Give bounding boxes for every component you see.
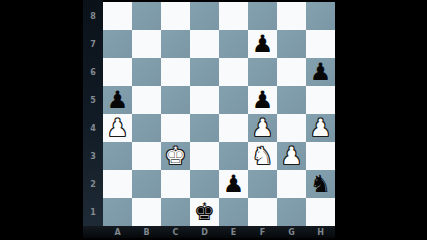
white-pawn-a4[interactable]: ♟ [107, 114, 129, 142]
square-g3[interactable]: ♟ [277, 142, 306, 170]
square-c5[interactable] [161, 86, 190, 114]
square-c4[interactable] [161, 114, 190, 142]
file-label-f: F [248, 226, 277, 238]
square-f7[interactable]: ♟ [248, 30, 277, 58]
square-a8[interactable] [103, 2, 132, 30]
square-a3[interactable] [103, 142, 132, 170]
square-c6[interactable] [161, 58, 190, 86]
square-e5[interactable] [219, 86, 248, 114]
square-h1[interactable] [306, 198, 335, 226]
square-e6[interactable] [219, 58, 248, 86]
square-g2[interactable] [277, 170, 306, 198]
square-g8[interactable] [277, 2, 306, 30]
black-pawn-h6[interactable]: ♟ [310, 58, 332, 86]
square-a6[interactable] [103, 58, 132, 86]
square-b3[interactable] [132, 142, 161, 170]
square-f8[interactable] [248, 2, 277, 30]
white-pawn-g3[interactable]: ♟ [281, 142, 303, 170]
square-f6[interactable] [248, 58, 277, 86]
white-king-c3[interactable]: ♚ [165, 142, 187, 170]
square-c8[interactable] [161, 2, 190, 30]
rank-label-7: 7 [83, 30, 103, 58]
square-a7[interactable] [103, 30, 132, 58]
square-a2[interactable] [103, 170, 132, 198]
square-a1[interactable] [103, 198, 132, 226]
square-h2[interactable]: ♞ [306, 170, 335, 198]
file-label-e: E [219, 226, 248, 238]
square-f2[interactable] [248, 170, 277, 198]
black-knight-h2[interactable]: ♞ [310, 170, 332, 198]
square-f4[interactable]: ♟ [248, 114, 277, 142]
rank-label-8: 8 [83, 2, 103, 30]
square-b1[interactable] [132, 198, 161, 226]
white-pawn-f4[interactable]: ♟ [252, 114, 274, 142]
square-g6[interactable] [277, 58, 306, 86]
square-h4[interactable]: ♟ [306, 114, 335, 142]
square-e2[interactable]: ♟ [219, 170, 248, 198]
square-e1[interactable] [219, 198, 248, 226]
square-h5[interactable] [306, 86, 335, 114]
rank-label-3: 3 [83, 142, 103, 170]
file-label-a: A [103, 226, 132, 238]
square-d6[interactable] [190, 58, 219, 86]
file-labels: ABCDEFGH [83, 226, 335, 238]
black-pawn-a5[interactable]: ♟ [107, 86, 129, 114]
white-knight-f3[interactable]: ♞ [252, 142, 274, 170]
rank-label-2: 2 [83, 170, 103, 198]
square-e7[interactable] [219, 30, 248, 58]
square-b6[interactable] [132, 58, 161, 86]
square-b7[interactable] [132, 30, 161, 58]
square-d5[interactable] [190, 86, 219, 114]
square-b8[interactable] [132, 2, 161, 30]
rank-label-6: 6 [83, 58, 103, 86]
black-pawn-f5[interactable]: ♟ [252, 86, 274, 114]
square-f5[interactable]: ♟ [248, 86, 277, 114]
square-h8[interactable] [306, 2, 335, 30]
square-c2[interactable] [161, 170, 190, 198]
video-frame: 87654321 ♟♟♟♟♟♟♟♚♞♟♟♞♚ ABCDEFGH [0, 0, 427, 240]
black-king-d1[interactable]: ♚ [194, 198, 216, 226]
chess-board: ♟♟♟♟♟♟♟♚♞♟♟♞♚ [103, 2, 335, 226]
square-g4[interactable] [277, 114, 306, 142]
square-d7[interactable] [190, 30, 219, 58]
file-label-c: C [161, 226, 190, 238]
square-b4[interactable] [132, 114, 161, 142]
rank-labels: 87654321 [83, 0, 103, 226]
square-d4[interactable] [190, 114, 219, 142]
square-d2[interactable] [190, 170, 219, 198]
file-label-b: B [132, 226, 161, 238]
square-b2[interactable] [132, 170, 161, 198]
file-label-h: H [306, 226, 335, 238]
square-e4[interactable] [219, 114, 248, 142]
square-g5[interactable] [277, 86, 306, 114]
square-e3[interactable] [219, 142, 248, 170]
square-d3[interactable] [190, 142, 219, 170]
file-label-d: D [190, 226, 219, 238]
square-g7[interactable] [277, 30, 306, 58]
rank-label-1: 1 [83, 198, 103, 226]
square-c7[interactable] [161, 30, 190, 58]
rank-label-4: 4 [83, 114, 103, 142]
square-d8[interactable] [190, 2, 219, 30]
rank-label-5: 5 [83, 86, 103, 114]
square-g1[interactable] [277, 198, 306, 226]
black-pawn-f7[interactable]: ♟ [252, 30, 274, 58]
square-h6[interactable]: ♟ [306, 58, 335, 86]
square-a5[interactable]: ♟ [103, 86, 132, 114]
square-e8[interactable] [219, 2, 248, 30]
square-a4[interactable]: ♟ [103, 114, 132, 142]
file-label-g: G [277, 226, 306, 238]
square-b5[interactable] [132, 86, 161, 114]
black-pawn-e2[interactable]: ♟ [223, 170, 245, 198]
square-h7[interactable] [306, 30, 335, 58]
square-c1[interactable] [161, 198, 190, 226]
white-pawn-h4[interactable]: ♟ [310, 114, 332, 142]
square-f3[interactable]: ♞ [248, 142, 277, 170]
square-h3[interactable] [306, 142, 335, 170]
square-c3[interactable]: ♚ [161, 142, 190, 170]
square-f1[interactable] [248, 198, 277, 226]
square-d1[interactable]: ♚ [190, 198, 219, 226]
